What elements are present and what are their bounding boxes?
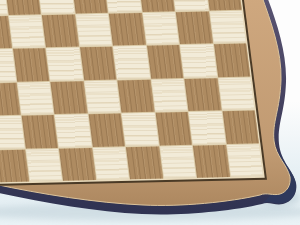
square-a2 (0, 116, 24, 149)
square-c4 (46, 47, 83, 80)
square-f2 (155, 112, 192, 145)
square-c6 (38, 0, 75, 14)
square-g2 (189, 111, 226, 144)
square-h6 (205, 0, 242, 10)
square-e2 (122, 113, 159, 146)
square-d1 (92, 147, 129, 180)
chess-board (0, 0, 263, 182)
square-f3 (151, 79, 188, 112)
square-f6 (138, 0, 175, 11)
board-photo (0, 0, 300, 225)
square-g1 (193, 145, 230, 178)
square-f1 (159, 145, 196, 178)
square-g6 (172, 0, 209, 11)
square-h1 (226, 144, 263, 177)
square-f4 (147, 45, 184, 78)
square-e5 (109, 12, 146, 45)
square-d4 (80, 47, 117, 80)
square-g3 (184, 78, 221, 111)
square-c5 (42, 14, 79, 47)
square-h5 (209, 10, 246, 43)
square-b3 (17, 82, 54, 115)
square-e6 (105, 0, 142, 12)
square-d5 (75, 13, 112, 46)
square-e4 (113, 46, 150, 79)
square-d6 (71, 0, 108, 13)
square-b2 (21, 115, 58, 148)
square-e3 (117, 79, 154, 112)
square-h3 (218, 77, 255, 110)
square-g4 (180, 44, 217, 77)
square-b6 (4, 0, 41, 14)
square-h2 (222, 110, 259, 143)
square-b5 (8, 15, 45, 48)
square-c2 (55, 114, 92, 147)
square-d2 (88, 113, 125, 146)
square-b4 (13, 48, 50, 81)
square-c1 (59, 148, 96, 181)
square-e1 (126, 146, 163, 179)
square-b1 (25, 148, 62, 181)
square-h4 (214, 44, 251, 77)
square-a1 (0, 149, 29, 182)
square-d3 (84, 80, 121, 113)
square-c3 (50, 81, 87, 114)
square-g5 (176, 11, 213, 44)
square-f5 (142, 12, 179, 45)
